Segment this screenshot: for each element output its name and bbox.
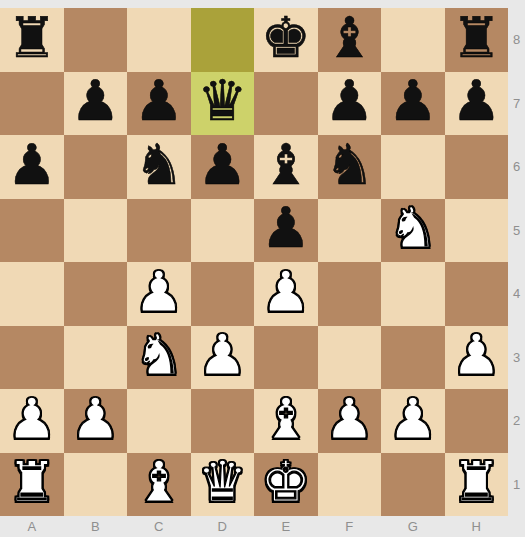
square-h2[interactable] (445, 389, 509, 453)
piece-black-pawn-e5[interactable]: ♟ (261, 200, 311, 256)
square-e8[interactable]: ♚ (254, 8, 318, 72)
square-d2[interactable] (191, 389, 255, 453)
square-g1[interactable] (381, 453, 445, 517)
piece-black-pawn-g7[interactable]: ♟ (388, 73, 438, 129)
file-label-g: G (381, 516, 445, 537)
piece-black-pawn-a6[interactable]: ♟ (7, 137, 57, 193)
square-d1[interactable]: ♛ (191, 453, 255, 517)
piece-black-rook-h8[interactable]: ♜ (451, 10, 501, 66)
rank-label-5: 5 (508, 199, 525, 263)
piece-white-pawn-g2[interactable]: ♟ (388, 391, 438, 447)
square-e6[interactable]: ♝ (254, 135, 318, 199)
piece-white-pawn-c4[interactable]: ♟ (134, 264, 184, 320)
square-e4[interactable]: ♟ (254, 262, 318, 326)
file-label-d: D (191, 516, 255, 537)
file-label-h: H (445, 516, 509, 537)
piece-black-pawn-h7[interactable]: ♟ (451, 73, 501, 129)
square-h4[interactable] (445, 262, 509, 326)
square-a6[interactable]: ♟ (0, 135, 64, 199)
piece-black-knight-f6[interactable]: ♞ (324, 137, 374, 193)
file-label-b: B (64, 516, 128, 537)
piece-white-knight-c3[interactable]: ♞ (134, 327, 184, 383)
square-d6[interactable]: ♟ (191, 135, 255, 199)
square-g8[interactable] (381, 8, 445, 72)
piece-white-pawn-a2[interactable]: ♟ (7, 391, 57, 447)
piece-white-queen-d1[interactable]: ♛ (197, 454, 247, 510)
piece-black-bishop-e6[interactable]: ♝ (261, 137, 311, 193)
piece-white-pawn-f2[interactable]: ♟ (324, 391, 374, 447)
square-d8[interactable] (191, 8, 255, 72)
piece-white-pawn-h3[interactable]: ♟ (451, 327, 501, 383)
square-a4[interactable] (0, 262, 64, 326)
square-c4[interactable]: ♟ (127, 262, 191, 326)
square-d5[interactable] (191, 199, 255, 263)
square-b6[interactable] (64, 135, 128, 199)
rank-label-8: 8 (508, 8, 525, 72)
rank-label-6: 6 (508, 135, 525, 199)
piece-black-knight-c6[interactable]: ♞ (134, 137, 184, 193)
rank-labels: 87654321 (508, 8, 525, 516)
piece-white-knight-g5[interactable]: ♞ (388, 200, 438, 256)
square-g3[interactable] (381, 326, 445, 390)
piece-black-rook-a8[interactable]: ♜ (7, 10, 57, 66)
square-b2[interactable]: ♟ (64, 389, 128, 453)
piece-black-king-e8[interactable]: ♚ (261, 10, 311, 66)
piece-white-pawn-d3[interactable]: ♟ (197, 327, 247, 383)
rank-label-2: 2 (508, 389, 525, 453)
chess-board-page: ♜♚♝♜♟♟♛♟♟♟♟♞♟♝♞♟♞♟♟♞♟♟♟♟♝♟♟♜♝♛♚♜ ABCDEFG… (0, 0, 525, 537)
piece-black-pawn-d6[interactable]: ♟ (197, 137, 247, 193)
square-h5[interactable] (445, 199, 509, 263)
square-e7[interactable] (254, 72, 318, 136)
square-e5[interactable]: ♟ (254, 199, 318, 263)
square-f1[interactable] (318, 453, 382, 517)
square-h1[interactable]: ♜ (445, 453, 509, 517)
square-h7[interactable]: ♟ (445, 72, 509, 136)
piece-white-bishop-e2[interactable]: ♝ (261, 391, 311, 447)
square-a3[interactable] (0, 326, 64, 390)
piece-white-pawn-b2[interactable]: ♟ (70, 391, 120, 447)
square-h8[interactable]: ♜ (445, 8, 509, 72)
piece-white-rook-h1[interactable]: ♜ (451, 454, 501, 510)
piece-white-rook-a1[interactable]: ♜ (7, 454, 57, 510)
piece-black-bishop-f8[interactable]: ♝ (324, 10, 374, 66)
square-d7[interactable]: ♛ (191, 72, 255, 136)
square-b3[interactable] (64, 326, 128, 390)
square-g5[interactable]: ♞ (381, 199, 445, 263)
file-label-f: F (318, 516, 382, 537)
square-b4[interactable] (64, 262, 128, 326)
piece-black-pawn-f7[interactable]: ♟ (324, 73, 374, 129)
square-f2[interactable]: ♟ (318, 389, 382, 453)
square-g4[interactable] (381, 262, 445, 326)
square-c8[interactable] (127, 8, 191, 72)
file-labels: ABCDEFGH (0, 516, 508, 537)
square-c3[interactable]: ♞ (127, 326, 191, 390)
square-b8[interactable] (64, 8, 128, 72)
square-b5[interactable] (64, 199, 128, 263)
square-f3[interactable] (318, 326, 382, 390)
square-b7[interactable]: ♟ (64, 72, 128, 136)
rank-label-3: 3 (508, 326, 525, 390)
square-c2[interactable] (127, 389, 191, 453)
square-c7[interactable]: ♟ (127, 72, 191, 136)
square-f8[interactable]: ♝ (318, 8, 382, 72)
square-g6[interactable] (381, 135, 445, 199)
square-e3[interactable] (254, 326, 318, 390)
square-f7[interactable]: ♟ (318, 72, 382, 136)
piece-black-pawn-c7[interactable]: ♟ (134, 73, 184, 129)
square-e1[interactable]: ♚ (254, 453, 318, 517)
rank-label-4: 4 (508, 262, 525, 326)
piece-black-queen-d7[interactable]: ♛ (197, 73, 247, 129)
file-label-a: A (0, 516, 64, 537)
square-a1[interactable]: ♜ (0, 453, 64, 517)
square-c5[interactable] (127, 199, 191, 263)
square-f4[interactable] (318, 262, 382, 326)
square-e2[interactable]: ♝ (254, 389, 318, 453)
square-d4[interactable] (191, 262, 255, 326)
square-h6[interactable] (445, 135, 509, 199)
square-g7[interactable]: ♟ (381, 72, 445, 136)
piece-white-pawn-e4[interactable]: ♟ (261, 264, 311, 320)
square-a8[interactable]: ♜ (0, 8, 64, 72)
square-h3[interactable]: ♟ (445, 326, 509, 390)
square-c6[interactable]: ♞ (127, 135, 191, 199)
file-label-c: C (127, 516, 191, 537)
square-f5[interactable] (318, 199, 382, 263)
rank-label-7: 7 (508, 72, 525, 136)
square-a2[interactable]: ♟ (0, 389, 64, 453)
file-label-e: E (254, 516, 318, 537)
square-a5[interactable] (0, 199, 64, 263)
square-b1[interactable] (64, 453, 128, 517)
square-f6[interactable]: ♞ (318, 135, 382, 199)
rank-label-1: 1 (508, 453, 525, 517)
square-c1[interactable]: ♝ (127, 453, 191, 517)
piece-white-bishop-c1[interactable]: ♝ (134, 454, 184, 510)
piece-white-king-e1[interactable]: ♚ (261, 454, 311, 510)
board: ♜♚♝♜♟♟♛♟♟♟♟♞♟♝♞♟♞♟♟♞♟♟♟♟♝♟♟♜♝♛♚♜ (0, 8, 508, 516)
square-g2[interactable]: ♟ (381, 389, 445, 453)
square-a7[interactable] (0, 72, 64, 136)
square-d3[interactable]: ♟ (191, 326, 255, 390)
piece-black-pawn-b7[interactable]: ♟ (70, 73, 120, 129)
